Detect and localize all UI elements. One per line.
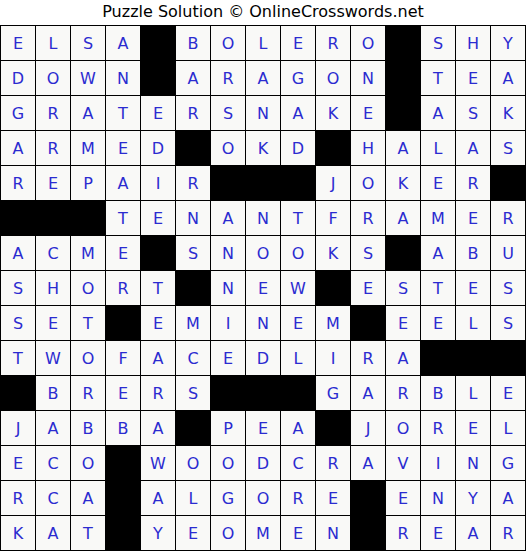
letter-cell-r1c7: O bbox=[211, 26, 245, 60]
letter-cell-r14c10: E bbox=[316, 481, 350, 515]
black-cell-r6c2 bbox=[36, 201, 70, 235]
black-cell-r10c14 bbox=[456, 341, 490, 375]
letter-cell-r5c14: R bbox=[456, 166, 490, 200]
letter-cell-r10c6: C bbox=[176, 341, 210, 375]
letter-cell-r7c13: A bbox=[421, 236, 455, 270]
letter-cell-r15c6: E bbox=[176, 516, 210, 550]
letter-cell-r13c6: O bbox=[176, 446, 210, 480]
letter-cell-r5c12: K bbox=[386, 166, 420, 200]
letter-cell-r11c10: G bbox=[316, 376, 350, 410]
black-cell-r9c4 bbox=[106, 306, 140, 340]
letter-cell-r2c15: A bbox=[491, 61, 525, 95]
black-cell-r11c1 bbox=[1, 376, 35, 410]
letter-cell-r14c7: G bbox=[211, 481, 245, 515]
letter-cell-r14c14: Y bbox=[456, 481, 490, 515]
letter-cell-r4c8: K bbox=[246, 131, 280, 165]
letter-cell-r13c13: I bbox=[421, 446, 455, 480]
black-cell-r7c5 bbox=[141, 236, 175, 270]
letter-cell-r14c2: C bbox=[36, 481, 70, 515]
letter-cell-r2c2: O bbox=[36, 61, 70, 95]
letter-cell-r9c6: M bbox=[176, 306, 210, 340]
letter-cell-r14c8: O bbox=[246, 481, 280, 515]
letter-cell-r1c2: L bbox=[36, 26, 70, 60]
black-cell-r8c10 bbox=[316, 271, 350, 305]
letter-cell-r8c3: O bbox=[71, 271, 105, 305]
letter-cell-r10c5: A bbox=[141, 341, 175, 375]
black-cell-r7c12 bbox=[386, 236, 420, 270]
letter-cell-r13c11: A bbox=[351, 446, 385, 480]
letter-cell-r1c9: E bbox=[281, 26, 315, 60]
black-cell-r9c11 bbox=[351, 306, 385, 340]
letter-cell-r12c2: A bbox=[36, 411, 70, 445]
letter-cell-r12c13: R bbox=[421, 411, 455, 445]
letter-cell-r2c4: N bbox=[106, 61, 140, 95]
letter-cell-r8c4: R bbox=[106, 271, 140, 305]
letter-cell-r9c2: E bbox=[36, 306, 70, 340]
letter-cell-r4c5: D bbox=[141, 131, 175, 165]
black-cell-r10c15 bbox=[491, 341, 525, 375]
letter-cell-r6c13: M bbox=[421, 201, 455, 235]
letter-cell-r12c7: P bbox=[211, 411, 245, 445]
letter-cell-r7c1: A bbox=[1, 236, 35, 270]
letter-cell-r14c12: E bbox=[386, 481, 420, 515]
letter-cell-r1c6: B bbox=[176, 26, 210, 60]
black-cell-r6c1 bbox=[1, 201, 35, 235]
letter-cell-r6c6: N bbox=[176, 201, 210, 235]
letter-cell-r4c3: M bbox=[71, 131, 105, 165]
letter-cell-r13c14: N bbox=[456, 446, 490, 480]
letter-cell-r6c5: E bbox=[141, 201, 175, 235]
letter-cell-r7c4: E bbox=[106, 236, 140, 270]
letter-cell-r6c15: R bbox=[491, 201, 525, 235]
letter-cell-r8c15: S bbox=[491, 271, 525, 305]
letter-cell-r14c6: L bbox=[176, 481, 210, 515]
letter-cell-r6c14: E bbox=[456, 201, 490, 235]
letter-cell-r3c9: A bbox=[281, 96, 315, 130]
letter-cell-r10c12: A bbox=[386, 341, 420, 375]
black-cell-r4c10 bbox=[316, 131, 350, 165]
letter-cell-r9c10: M bbox=[316, 306, 350, 340]
letter-cell-r3c1: G bbox=[1, 96, 35, 130]
letter-cell-r9c15: S bbox=[491, 306, 525, 340]
black-cell-r11c9 bbox=[281, 376, 315, 410]
black-cell-r5c15 bbox=[491, 166, 525, 200]
letter-cell-r9c8: N bbox=[246, 306, 280, 340]
letter-cell-r15c3: T bbox=[71, 516, 105, 550]
letter-cell-r13c3: O bbox=[71, 446, 105, 480]
black-cell-r5c9 bbox=[281, 166, 315, 200]
letter-cell-r2c1: D bbox=[1, 61, 35, 95]
letter-cell-r2c14: E bbox=[456, 61, 490, 95]
black-cell-r10c13 bbox=[421, 341, 455, 375]
letter-cell-r3c15: K bbox=[491, 96, 525, 130]
letter-cell-r15c10: N bbox=[316, 516, 350, 550]
black-cell-r12c10 bbox=[316, 411, 350, 445]
letter-cell-r5c5: I bbox=[141, 166, 175, 200]
letter-cell-r8c8: E bbox=[246, 271, 280, 305]
letter-cell-r15c8: M bbox=[246, 516, 280, 550]
letter-cell-r4c12: A bbox=[386, 131, 420, 165]
black-cell-r14c11 bbox=[351, 481, 385, 515]
letter-cell-r8c1: S bbox=[1, 271, 35, 305]
letter-cell-r12c11: J bbox=[351, 411, 385, 445]
letter-cell-r6c9: T bbox=[281, 201, 315, 235]
letter-cell-r5c1: R bbox=[1, 166, 35, 200]
letter-cell-r6c8: N bbox=[246, 201, 280, 235]
letter-cell-r5c6: R bbox=[176, 166, 210, 200]
letter-cell-r11c15: E bbox=[491, 376, 525, 410]
letter-cell-r7c2: C bbox=[36, 236, 70, 270]
letter-cell-r11c5: R bbox=[141, 376, 175, 410]
letter-cell-r5c10: J bbox=[316, 166, 350, 200]
letter-cell-r10c1: T bbox=[1, 341, 35, 375]
letter-cell-r14c3: A bbox=[71, 481, 105, 515]
letter-cell-r7c9: O bbox=[281, 236, 315, 270]
letter-cell-r9c1: S bbox=[1, 306, 35, 340]
black-cell-r11c7 bbox=[211, 376, 245, 410]
letter-cell-r10c7: E bbox=[211, 341, 245, 375]
letter-cell-r2c11: N bbox=[351, 61, 385, 95]
letter-cell-r3c6: R bbox=[176, 96, 210, 130]
letter-cell-r10c2: W bbox=[36, 341, 70, 375]
letter-cell-r15c13: E bbox=[421, 516, 455, 550]
black-cell-r15c4 bbox=[106, 516, 140, 550]
letter-cell-r2c13: T bbox=[421, 61, 455, 95]
black-cell-r6c3 bbox=[71, 201, 105, 235]
black-cell-r4c6 bbox=[176, 131, 210, 165]
letter-cell-r4c2: R bbox=[36, 131, 70, 165]
letter-cell-r1c13: S bbox=[421, 26, 455, 60]
letter-cell-r13c7: O bbox=[211, 446, 245, 480]
letter-cell-r3c10: K bbox=[316, 96, 350, 130]
letter-cell-r13c12: V bbox=[386, 446, 420, 480]
letter-cell-r11c2: B bbox=[36, 376, 70, 410]
letter-cell-r2c8: A bbox=[246, 61, 280, 95]
letter-cell-r2c10: O bbox=[316, 61, 350, 95]
puzzle-solution-page: Puzzle Solution © OnlineCrosswords.net E… bbox=[0, 0, 526, 551]
black-cell-r12c6 bbox=[176, 411, 210, 445]
black-cell-r14c4 bbox=[106, 481, 140, 515]
letter-cell-r9c13: E bbox=[421, 306, 455, 340]
letter-cell-r10c10: I bbox=[316, 341, 350, 375]
letter-cell-r10c8: D bbox=[246, 341, 280, 375]
black-cell-r5c8 bbox=[246, 166, 280, 200]
letter-cell-r5c13: E bbox=[421, 166, 455, 200]
letter-cell-r9c14: L bbox=[456, 306, 490, 340]
letter-cell-r10c3: O bbox=[71, 341, 105, 375]
letter-cell-r1c15: Y bbox=[491, 26, 525, 60]
letter-cell-r4c7: O bbox=[211, 131, 245, 165]
letter-cell-r15c7: O bbox=[211, 516, 245, 550]
crossword-grid: ELSABOLEROSHYDOWNARAGONTEAGRATERSNAKEASK… bbox=[0, 25, 526, 551]
letter-cell-r15c12: R bbox=[386, 516, 420, 550]
letter-cell-r15c2: A bbox=[36, 516, 70, 550]
letter-cell-r5c2: E bbox=[36, 166, 70, 200]
letter-cell-r14c1: R bbox=[1, 481, 35, 515]
letter-cell-r6c7: A bbox=[211, 201, 245, 235]
letter-cell-r12c9: A bbox=[281, 411, 315, 445]
letter-cell-r4c14: A bbox=[456, 131, 490, 165]
letter-cell-r7c7: N bbox=[211, 236, 245, 270]
letter-cell-r4c13: L bbox=[421, 131, 455, 165]
letter-cell-r12c8: E bbox=[246, 411, 280, 445]
letter-cell-r8c5: T bbox=[141, 271, 175, 305]
letter-cell-r9c9: E bbox=[281, 306, 315, 340]
black-cell-r2c5 bbox=[141, 61, 175, 95]
black-cell-r3c12 bbox=[386, 96, 420, 130]
letter-cell-r3c3: A bbox=[71, 96, 105, 130]
letter-cell-r2c9: G bbox=[281, 61, 315, 95]
letter-cell-r10c11: R bbox=[351, 341, 385, 375]
letter-cell-r1c3: S bbox=[71, 26, 105, 60]
letter-cell-r12c5: A bbox=[141, 411, 175, 445]
letter-cell-r12c3: B bbox=[71, 411, 105, 445]
letter-cell-r3c2: R bbox=[36, 96, 70, 130]
letter-cell-r13c10: R bbox=[316, 446, 350, 480]
letter-cell-r1c1: E bbox=[1, 26, 35, 60]
letter-cell-r9c5: E bbox=[141, 306, 175, 340]
letter-cell-r15c9: E bbox=[281, 516, 315, 550]
letter-cell-r13c5: W bbox=[141, 446, 175, 480]
black-cell-r13c4 bbox=[106, 446, 140, 480]
letter-cell-r6c12: A bbox=[386, 201, 420, 235]
letter-cell-r7c14: B bbox=[456, 236, 490, 270]
black-cell-r2c12 bbox=[386, 61, 420, 95]
letter-cell-r7c8: O bbox=[246, 236, 280, 270]
letter-cell-r2c6: A bbox=[176, 61, 210, 95]
letter-cell-r7c3: M bbox=[71, 236, 105, 270]
black-cell-r11c8 bbox=[246, 376, 280, 410]
letter-cell-r12c1: J bbox=[1, 411, 35, 445]
letter-cell-r5c11: O bbox=[351, 166, 385, 200]
letter-cell-r11c13: B bbox=[421, 376, 455, 410]
letter-cell-r9c12: E bbox=[386, 306, 420, 340]
letter-cell-r8c11: E bbox=[351, 271, 385, 305]
letter-cell-r11c4: E bbox=[106, 376, 140, 410]
letter-cell-r5c3: P bbox=[71, 166, 105, 200]
letter-cell-r10c4: F bbox=[106, 341, 140, 375]
letter-cell-r1c8: L bbox=[246, 26, 280, 60]
letter-cell-r13c15: G bbox=[491, 446, 525, 480]
letter-cell-r15c5: Y bbox=[141, 516, 175, 550]
letter-cell-r6c10: F bbox=[316, 201, 350, 235]
letter-cell-r3c13: A bbox=[421, 96, 455, 130]
letter-cell-r1c14: H bbox=[456, 26, 490, 60]
letter-cell-r4c1: A bbox=[1, 131, 35, 165]
letter-cell-r11c14: L bbox=[456, 376, 490, 410]
letter-cell-r10c9: L bbox=[281, 341, 315, 375]
black-cell-r15c11 bbox=[351, 516, 385, 550]
letter-cell-r14c9: R bbox=[281, 481, 315, 515]
letter-cell-r5c4: A bbox=[106, 166, 140, 200]
letter-cell-r12c12: O bbox=[386, 411, 420, 445]
letter-cell-r15c1: K bbox=[1, 516, 35, 550]
letter-cell-r3c8: N bbox=[246, 96, 280, 130]
puzzle-title: Puzzle Solution © OnlineCrosswords.net bbox=[0, 0, 526, 25]
letter-cell-r13c2: C bbox=[36, 446, 70, 480]
letter-cell-r9c7: I bbox=[211, 306, 245, 340]
letter-cell-r12c14: E bbox=[456, 411, 490, 445]
letter-cell-r4c4: E bbox=[106, 131, 140, 165]
letter-cell-r14c15: A bbox=[491, 481, 525, 515]
black-cell-r5c7 bbox=[211, 166, 245, 200]
letter-cell-r8c9: W bbox=[281, 271, 315, 305]
letter-cell-r13c1: E bbox=[1, 446, 35, 480]
black-cell-r1c5 bbox=[141, 26, 175, 60]
letter-cell-r3c5: E bbox=[141, 96, 175, 130]
letter-cell-r12c15: L bbox=[491, 411, 525, 445]
letter-cell-r1c4: A bbox=[106, 26, 140, 60]
letter-cell-r7c10: K bbox=[316, 236, 350, 270]
letter-cell-r7c15: U bbox=[491, 236, 525, 270]
letter-cell-r12c4: B bbox=[106, 411, 140, 445]
letter-cell-r11c12: R bbox=[386, 376, 420, 410]
letter-cell-r11c3: R bbox=[71, 376, 105, 410]
letter-cell-r6c11: R bbox=[351, 201, 385, 235]
letter-cell-r8c12: S bbox=[386, 271, 420, 305]
letter-cell-r6c4: T bbox=[106, 201, 140, 235]
letter-cell-r3c4: T bbox=[106, 96, 140, 130]
letter-cell-r9c3: T bbox=[71, 306, 105, 340]
letter-cell-r2c3: W bbox=[71, 61, 105, 95]
letter-cell-r11c11: A bbox=[351, 376, 385, 410]
letter-cell-r14c13: N bbox=[421, 481, 455, 515]
letter-cell-r4c9: D bbox=[281, 131, 315, 165]
black-cell-r8c6 bbox=[176, 271, 210, 305]
letter-cell-r13c8: D bbox=[246, 446, 280, 480]
letter-cell-r8c14: E bbox=[456, 271, 490, 305]
letter-cell-r3c11: E bbox=[351, 96, 385, 130]
letter-cell-r1c11: O bbox=[351, 26, 385, 60]
letter-cell-r2c7: R bbox=[211, 61, 245, 95]
letter-cell-r15c14: A bbox=[456, 516, 490, 550]
letter-cell-r1c10: R bbox=[316, 26, 350, 60]
letter-cell-r13c9: C bbox=[281, 446, 315, 480]
letter-cell-r3c7: S bbox=[211, 96, 245, 130]
letter-cell-r4c15: S bbox=[491, 131, 525, 165]
letter-cell-r15c15: R bbox=[491, 516, 525, 550]
letter-cell-r7c11: S bbox=[351, 236, 385, 270]
letter-cell-r7c6: S bbox=[176, 236, 210, 270]
letter-cell-r3c14: S bbox=[456, 96, 490, 130]
black-cell-r1c12 bbox=[386, 26, 420, 60]
letter-cell-r8c7: N bbox=[211, 271, 245, 305]
letter-cell-r14c5: A bbox=[141, 481, 175, 515]
letter-cell-r11c6: S bbox=[176, 376, 210, 410]
letter-cell-r4c11: H bbox=[351, 131, 385, 165]
letter-cell-r8c13: T bbox=[421, 271, 455, 305]
letter-cell-r8c2: H bbox=[36, 271, 70, 305]
